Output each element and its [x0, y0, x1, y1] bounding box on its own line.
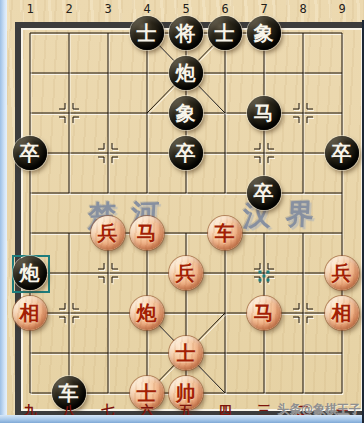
board-cell[interactable]	[283, 133, 322, 173]
board-cell[interactable]	[283, 93, 322, 133]
last-move-origin-marker	[258, 267, 270, 286]
black-cannon[interactable]: 炮	[169, 56, 203, 90]
black-advisor[interactable]: 士	[130, 16, 164, 50]
board-cell[interactable]	[283, 253, 322, 293]
black-general[interactable]: 将	[169, 16, 203, 50]
board-cell[interactable]	[88, 293, 127, 333]
board-cell[interactable]	[127, 93, 166, 133]
board-cell[interactable]	[166, 173, 205, 213]
top-file-label-2: 2	[65, 2, 72, 16]
board-cell[interactable]	[10, 333, 49, 373]
board-cell[interactable]	[49, 253, 88, 293]
top-file-label-7: 7	[260, 2, 267, 16]
red-soldier[interactable]: 兵	[325, 256, 359, 290]
board-cell[interactable]: 兵	[88, 213, 127, 253]
board-cell[interactable]	[10, 53, 49, 93]
board-cell[interactable]	[88, 53, 127, 93]
top-file-label-4: 4	[143, 2, 150, 16]
board-cell[interactable]	[49, 293, 88, 333]
board-cell[interactable]: 马	[244, 293, 283, 333]
board-cell[interactable]	[127, 253, 166, 293]
black-cannon[interactable]: 炮	[13, 256, 47, 290]
top-file-label-9: 9	[338, 2, 345, 16]
black-advisor[interactable]: 士	[208, 16, 242, 50]
board-cell[interactable]	[244, 333, 283, 373]
board-cell[interactable]	[127, 53, 166, 93]
board-cell[interactable]	[244, 213, 283, 253]
board-cell[interactable]	[127, 333, 166, 373]
board-cell[interactable]: 卒	[166, 133, 205, 173]
board-cell[interactable]	[322, 93, 361, 133]
black-horse[interactable]: 马	[247, 96, 281, 130]
window-edge-left	[0, 0, 7, 423]
watermark-mid: @象	[301, 402, 325, 416]
board-cell[interactable]	[88, 13, 127, 53]
red-advisor[interactable]: 士	[169, 336, 203, 370]
board-cell[interactable]: 卒	[244, 173, 283, 213]
board-cell[interactable]	[322, 13, 361, 53]
board-cell[interactable]: 卒	[322, 133, 361, 173]
board-cell[interactable]	[49, 333, 88, 373]
board-cell[interactable]	[283, 293, 322, 333]
board-cell[interactable]: 马	[127, 213, 166, 253]
board-cell[interactable]	[49, 133, 88, 173]
board-cell[interactable]	[322, 333, 361, 373]
board-cell[interactable]	[49, 93, 88, 133]
board-cell[interactable]: 相	[10, 293, 49, 333]
top-file-label-1: 1	[26, 2, 33, 16]
board-cell[interactable]	[88, 93, 127, 133]
board-cell[interactable]	[322, 53, 361, 93]
red-soldier[interactable]: 兵	[169, 256, 203, 290]
board-cell[interactable]	[88, 173, 127, 213]
board-cell[interactable]: 炮	[166, 53, 205, 93]
board-cell[interactable]: 士	[166, 333, 205, 373]
board-cell[interactable]	[205, 53, 244, 93]
board-cell[interactable]: 炮	[10, 253, 49, 293]
black-elephant[interactable]: 象	[169, 96, 203, 130]
board-cell[interactable]: 卒	[10, 133, 49, 173]
top-file-label-5: 5	[182, 2, 189, 16]
red-elephant[interactable]: 相	[13, 296, 47, 330]
board-cell[interactable]: 士	[205, 13, 244, 53]
red-chariot[interactable]: 车	[208, 216, 242, 250]
board-cell[interactable]	[49, 13, 88, 53]
board-cell[interactable]	[205, 253, 244, 293]
top-file-label-3: 3	[104, 2, 111, 16]
board-cell[interactable]	[166, 293, 205, 333]
board-cell[interactable]	[88, 133, 127, 173]
board-cell[interactable]	[49, 213, 88, 253]
board-cell[interactable]	[10, 173, 49, 213]
watermark-suffix: 棋王子	[325, 402, 361, 416]
board-cell[interactable]: 兵	[166, 253, 205, 293]
black-soldier[interactable]: 卒	[325, 136, 359, 170]
board-cell[interactable]	[283, 13, 322, 53]
board-cell[interactable]	[127, 173, 166, 213]
board-cell[interactable]	[88, 333, 127, 373]
board-cell[interactable]: 车	[205, 213, 244, 253]
board-cell[interactable]	[283, 53, 322, 93]
board-cell[interactable]	[166, 213, 205, 253]
top-file-label-6: 6	[221, 2, 228, 16]
board-cell[interactable]	[283, 173, 322, 213]
board-cell[interactable]	[10, 93, 49, 133]
red-horse[interactable]: 马	[247, 296, 281, 330]
board-cell[interactable]	[205, 173, 244, 213]
board-cell[interactable]	[127, 133, 166, 173]
board-cell[interactable]	[244, 253, 283, 293]
board-cell[interactable]: 相	[322, 293, 361, 333]
board-cell[interactable]	[283, 213, 322, 253]
board-cell[interactable]: 士	[127, 13, 166, 53]
black-elephant[interactable]: 象	[247, 16, 281, 50]
window-edge-bottom	[0, 415, 364, 423]
black-soldier[interactable]: 卒	[13, 136, 47, 170]
watermark-prefix: 头条	[277, 402, 301, 416]
board-cell[interactable]	[10, 213, 49, 253]
board-cell[interactable]	[205, 293, 244, 333]
board-cell[interactable]: 象	[166, 93, 205, 133]
board-cell[interactable]	[205, 93, 244, 133]
board-cell[interactable]	[88, 253, 127, 293]
board-cell[interactable]	[205, 333, 244, 373]
board-cell[interactable]: 将	[166, 13, 205, 53]
black-soldier[interactable]: 卒	[169, 136, 203, 170]
board-cell[interactable]	[49, 173, 88, 213]
board-cell[interactable]	[244, 133, 283, 173]
black-soldier[interactable]: 卒	[247, 176, 281, 210]
board-cell[interactable]	[244, 53, 283, 93]
board-cell[interactable]	[322, 213, 361, 253]
board-cell[interactable]: 马	[244, 93, 283, 133]
board-cell[interactable]	[283, 333, 322, 373]
board-cell[interactable]: 炮	[127, 293, 166, 333]
board-grid: 士将士象炮象马卒卒卒卒兵马车炮兵兵相炮马相士车士帅	[10, 13, 361, 413]
board-cell[interactable]	[205, 133, 244, 173]
red-elephant[interactable]: 相	[325, 296, 359, 330]
red-soldier[interactable]: 兵	[91, 216, 125, 250]
board-cell[interactable]	[322, 173, 361, 213]
red-horse[interactable]: 马	[130, 216, 164, 250]
board-cell[interactable]	[10, 13, 49, 53]
red-cannon[interactable]: 炮	[130, 296, 164, 330]
board-cell[interactable]	[49, 53, 88, 93]
xiangqi-board-screenshot: 123456789 楚河 汉界 士将士象炮象马卒卒卒卒兵马车炮兵兵相炮马相士车士…	[0, 0, 364, 423]
top-file-label-8: 8	[299, 2, 306, 16]
board-cell[interactable]: 象	[244, 13, 283, 53]
board-cell[interactable]: 兵	[322, 253, 361, 293]
